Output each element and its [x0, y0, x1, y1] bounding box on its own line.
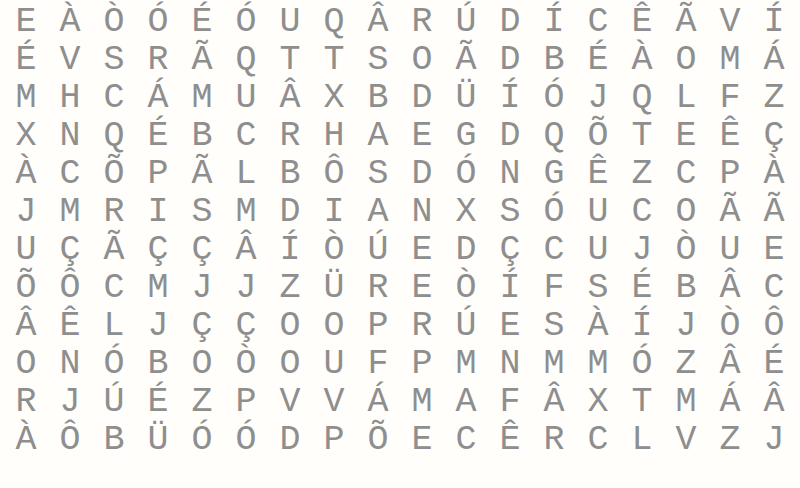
grid-cell[interactable]: Ó — [92, 345, 136, 383]
grid-cell[interactable]: T — [268, 41, 312, 79]
grid-cell[interactable]: Ç — [180, 231, 224, 269]
grid-cell[interactable]: P — [224, 383, 268, 421]
grid-cell[interactable]: P — [136, 155, 180, 193]
grid-cell[interactable]: J — [664, 307, 708, 345]
grid-cell[interactable]: V — [312, 383, 356, 421]
grid-cell[interactable]: Ó — [444, 155, 488, 193]
grid-cell[interactable]: I — [136, 193, 180, 231]
grid-cell[interactable]: D — [488, 41, 532, 79]
grid-cell[interactable]: D — [488, 3, 532, 41]
grid-cell[interactable]: P — [312, 421, 356, 459]
grid-cell[interactable]: F — [532, 269, 576, 307]
grid-cell[interactable]: À — [620, 41, 664, 79]
grid-cell[interactable]: X — [576, 383, 620, 421]
grid-cell[interactable]: F — [356, 345, 400, 383]
grid-cell[interactable]: I — [312, 193, 356, 231]
grid-cell[interactable]: Ç — [224, 307, 268, 345]
grid-cell[interactable]: Ã — [92, 231, 136, 269]
grid-cell[interactable]: Ó — [180, 421, 224, 459]
grid-cell[interactable]: B — [268, 155, 312, 193]
grid-cell[interactable]: Q — [92, 117, 136, 155]
grid-cell[interactable]: Ç — [752, 117, 796, 155]
grid-cell[interactable]: Z — [752, 79, 796, 117]
grid-cell[interactable]: Ü — [136, 421, 180, 459]
grid-cell[interactable]: Ò — [224, 345, 268, 383]
grid-cell[interactable]: Ú — [356, 231, 400, 269]
grid-cell[interactable]: S — [356, 41, 400, 79]
grid-cell[interactable]: Ê — [48, 307, 92, 345]
grid-cell[interactable]: Ò — [444, 269, 488, 307]
grid-cell[interactable]: Z — [708, 421, 752, 459]
grid-cell[interactable]: Q — [224, 41, 268, 79]
grid-cell[interactable]: Â — [268, 79, 312, 117]
grid-cell[interactable]: Ç — [48, 231, 92, 269]
grid-cell[interactable]: R — [136, 41, 180, 79]
grid-cell[interactable]: Z — [620, 155, 664, 193]
grid-cell[interactable]: Q — [620, 79, 664, 117]
grid-cell[interactable]: S — [180, 193, 224, 231]
grid-cell[interactable]: N — [488, 155, 532, 193]
grid-cell[interactable]: Ó — [136, 3, 180, 41]
grid-cell[interactable]: E — [400, 421, 444, 459]
grid-cell[interactable]: M — [576, 345, 620, 383]
grid-cell[interactable]: N — [48, 117, 92, 155]
grid-cell[interactable]: Í — [620, 307, 664, 345]
grid-cell[interactable]: É — [180, 3, 224, 41]
grid-cell[interactable]: Ã — [180, 155, 224, 193]
grid-cell[interactable]: Â — [708, 345, 752, 383]
grid-cell[interactable]: U — [312, 345, 356, 383]
grid-cell[interactable]: O — [180, 345, 224, 383]
grid-cell[interactable]: É — [136, 383, 180, 421]
grid-cell[interactable]: J — [180, 269, 224, 307]
grid-cell[interactable]: M — [664, 383, 708, 421]
grid-cell[interactable]: R — [268, 117, 312, 155]
grid-cell[interactable]: R — [4, 383, 48, 421]
grid-cell[interactable]: P — [708, 155, 752, 193]
grid-cell[interactable]: B — [664, 269, 708, 307]
grid-cell[interactable]: J — [576, 79, 620, 117]
grid-cell[interactable]: Ó — [224, 421, 268, 459]
grid-cell[interactable]: Í — [752, 3, 796, 41]
grid-cell[interactable]: B — [356, 79, 400, 117]
grid-cell[interactable]: O — [268, 307, 312, 345]
grid-cell[interactable]: C — [576, 421, 620, 459]
grid-cell[interactable]: M — [444, 345, 488, 383]
grid-cell[interactable]: À — [4, 421, 48, 459]
grid-cell[interactable]: À — [48, 3, 92, 41]
grid-cell[interactable]: C — [752, 269, 796, 307]
grid-cell[interactable]: Õ — [92, 155, 136, 193]
grid-cell[interactable]: T — [620, 383, 664, 421]
grid-cell[interactable]: Z — [664, 345, 708, 383]
grid-cell[interactable]: M — [136, 269, 180, 307]
grid-cell[interactable]: Q — [312, 3, 356, 41]
grid-cell[interactable]: F — [708, 79, 752, 117]
grid-cell[interactable]: Í — [532, 3, 576, 41]
grid-cell[interactable]: J — [48, 383, 92, 421]
word-search-grid: EÀÒÓÉÓUQÂRÚDÍCÊÃVÍÉVSRÃQTTSOÃDBÉÀOMÁMHCÁ… — [0, 0, 800, 488]
grid-cell[interactable]: R — [356, 269, 400, 307]
grid-cell[interactable]: Â — [752, 383, 796, 421]
grid-cell[interactable]: M — [180, 79, 224, 117]
grid-cell[interactable]: D — [268, 193, 312, 231]
grid-cell[interactable]: Ú — [444, 3, 488, 41]
grid-cell[interactable]: Õ — [4, 269, 48, 307]
grid-cell[interactable]: A — [444, 383, 488, 421]
grid-cell[interactable]: M — [4, 79, 48, 117]
grid-cell[interactable]: Ú — [92, 383, 136, 421]
grid-cell[interactable]: Ã — [664, 3, 708, 41]
grid-cell[interactable]: V — [664, 421, 708, 459]
grid-cell[interactable]: U — [224, 79, 268, 117]
grid-cell[interactable]: D — [400, 79, 444, 117]
grid-cell[interactable]: M — [532, 345, 576, 383]
grid-cell[interactable]: E — [4, 3, 48, 41]
grid-cell[interactable]: B — [136, 345, 180, 383]
grid-cell[interactable]: U — [576, 231, 620, 269]
grid-cell[interactable]: Â — [4, 307, 48, 345]
grid-cell[interactable]: B — [180, 117, 224, 155]
grid-cell[interactable]: U — [576, 193, 620, 231]
grid-cell[interactable]: R — [532, 421, 576, 459]
grid-cell[interactable]: C — [444, 421, 488, 459]
grid-cell[interactable]: É — [576, 41, 620, 79]
grid-cell[interactable]: Í — [268, 231, 312, 269]
grid-cell[interactable]: É — [620, 269, 664, 307]
grid-cell[interactable]: H — [48, 79, 92, 117]
grid-cell[interactable]: C — [532, 231, 576, 269]
grid-cell[interactable]: C — [92, 269, 136, 307]
grid-cell[interactable]: D — [488, 117, 532, 155]
grid-cell[interactable]: Ç — [488, 231, 532, 269]
grid-cell[interactable]: Ò — [664, 231, 708, 269]
grid-cell[interactable]: À — [4, 155, 48, 193]
grid-cell[interactable]: N — [48, 345, 92, 383]
grid-cell[interactable]: E — [400, 269, 444, 307]
grid-cell[interactable]: É — [752, 345, 796, 383]
grid-cell[interactable]: O — [312, 307, 356, 345]
grid-cell[interactable]: J — [620, 231, 664, 269]
grid-cell[interactable]: R — [92, 193, 136, 231]
grid-cell[interactable]: Ô — [48, 421, 92, 459]
grid-cell[interactable]: D — [444, 231, 488, 269]
grid-cell[interactable]: Ê — [620, 3, 664, 41]
grid-cell[interactable]: E — [400, 117, 444, 155]
grid-cell[interactable]: Â — [224, 231, 268, 269]
grid-cell[interactable]: O — [4, 345, 48, 383]
grid-cell[interactable]: S — [532, 307, 576, 345]
grid-cell[interactable]: À — [576, 307, 620, 345]
grid-cell[interactable]: Á — [356, 383, 400, 421]
grid-cell[interactable]: R — [400, 307, 444, 345]
grid-cell[interactable]: Â — [356, 3, 400, 41]
grid-cell[interactable]: N — [400, 193, 444, 231]
grid-cell[interactable]: Ô — [48, 269, 92, 307]
grid-cell[interactable]: Ó — [532, 193, 576, 231]
grid-cell[interactable]: Q — [532, 117, 576, 155]
grid-cell[interactable]: C — [48, 155, 92, 193]
grid-cell[interactable]: E — [400, 231, 444, 269]
grid-cell[interactable]: Z — [180, 383, 224, 421]
grid-cell[interactable]: O — [664, 41, 708, 79]
grid-cell[interactable]: X — [444, 193, 488, 231]
grid-cell[interactable]: É — [136, 117, 180, 155]
grid-cell[interactable]: X — [312, 79, 356, 117]
grid-cell[interactable]: Ç — [136, 231, 180, 269]
grid-cell[interactable]: Ô — [752, 307, 796, 345]
grid-cell[interactable]: S — [356, 155, 400, 193]
grid-cell[interactable]: M — [400, 383, 444, 421]
grid-cell[interactable]: Á — [752, 41, 796, 79]
grid-cell[interactable]: T — [312, 41, 356, 79]
grid-cell[interactable]: S — [488, 193, 532, 231]
grid-cell[interactable]: P — [356, 307, 400, 345]
grid-cell[interactable]: O — [400, 41, 444, 79]
grid-cell[interactable]: Õ — [576, 117, 620, 155]
grid-cell[interactable]: J — [224, 269, 268, 307]
grid-cell[interactable]: U — [4, 231, 48, 269]
grid-cell[interactable]: L — [224, 155, 268, 193]
grid-cell[interactable]: Ã — [180, 41, 224, 79]
grid-cell[interactable]: M — [224, 193, 268, 231]
grid-cell[interactable]: X — [4, 117, 48, 155]
grid-cell[interactable]: Á — [708, 383, 752, 421]
grid-cell[interactable]: Ã — [444, 41, 488, 79]
grid-cell[interactable]: V — [268, 383, 312, 421]
grid-cell[interactable]: O — [268, 345, 312, 383]
grid-cell[interactable]: Ê — [708, 117, 752, 155]
grid-cell[interactable]: C — [620, 193, 664, 231]
grid-cell[interactable]: Ê — [576, 155, 620, 193]
grid-cell[interactable]: P — [400, 345, 444, 383]
grid-cell[interactable]: D — [268, 421, 312, 459]
grid-cell[interactable]: G — [444, 117, 488, 155]
grid-cell[interactable]: L — [92, 307, 136, 345]
grid-cell[interactable]: U — [708, 231, 752, 269]
grid-cell[interactable]: J — [4, 193, 48, 231]
grid-cell[interactable]: V — [708, 3, 752, 41]
grid-cell[interactable]: S — [576, 269, 620, 307]
grid-cell[interactable]: Ú — [444, 307, 488, 345]
grid-cell[interactable]: A — [356, 193, 400, 231]
grid-cell[interactable]: Â — [708, 269, 752, 307]
grid-cell[interactable]: Ò — [312, 231, 356, 269]
grid-cell[interactable]: C — [664, 155, 708, 193]
grid-cell[interactable]: Ç — [180, 307, 224, 345]
grid-cell[interactable]: Ô — [312, 155, 356, 193]
grid-cell[interactable]: R — [400, 3, 444, 41]
grid-cell[interactable]: Á — [136, 79, 180, 117]
grid-cell[interactable]: Ó — [532, 79, 576, 117]
grid-cell[interactable]: E — [664, 117, 708, 155]
grid-cell[interactable]: Ò — [92, 3, 136, 41]
grid-cell[interactable]: T — [620, 117, 664, 155]
grid-cell[interactable]: C — [92, 79, 136, 117]
grid-cell[interactable]: Ü — [312, 269, 356, 307]
grid-cell[interactable]: J — [136, 307, 180, 345]
grid-cell[interactable]: F — [488, 383, 532, 421]
grid-cell[interactable]: V — [48, 41, 92, 79]
grid-cell[interactable]: Ó — [620, 345, 664, 383]
grid-cell[interactable]: M — [48, 193, 92, 231]
grid-cell[interactable]: Â — [532, 383, 576, 421]
grid-cell[interactable]: E — [752, 231, 796, 269]
grid-cell[interactable]: C — [576, 3, 620, 41]
grid-cell[interactable]: D — [400, 155, 444, 193]
grid-cell[interactable]: Ã — [708, 193, 752, 231]
grid-cell[interactable]: E — [488, 307, 532, 345]
grid-cell[interactable]: B — [532, 41, 576, 79]
grid-cell[interactable]: Z — [268, 269, 312, 307]
grid-cell[interactable]: À — [752, 155, 796, 193]
grid-cell[interactable]: A — [356, 117, 400, 155]
grid-cell[interactable]: U — [268, 3, 312, 41]
grid-cell[interactable]: Ó — [224, 3, 268, 41]
grid-cell[interactable]: H — [312, 117, 356, 155]
grid-cell[interactable]: N — [488, 345, 532, 383]
grid-cell[interactable]: Í — [488, 269, 532, 307]
grid-cell[interactable]: C — [224, 117, 268, 155]
grid-cell[interactable]: Ò — [708, 307, 752, 345]
grid-cell[interactable]: Í — [488, 79, 532, 117]
grid-cell[interactable]: Ü — [444, 79, 488, 117]
grid-cell[interactable]: Ê — [488, 421, 532, 459]
grid-cell[interactable]: B — [92, 421, 136, 459]
grid-cell[interactable]: J — [752, 421, 796, 459]
grid-cell[interactable]: L — [664, 79, 708, 117]
grid-cell[interactable]: É — [4, 41, 48, 79]
grid-cell[interactable]: S — [92, 41, 136, 79]
grid-cell[interactable]: O — [664, 193, 708, 231]
grid-cell[interactable]: G — [532, 155, 576, 193]
grid-cell[interactable]: Ã — [752, 193, 796, 231]
grid-cell[interactable]: L — [620, 421, 664, 459]
grid-cell[interactable]: Õ — [356, 421, 400, 459]
grid-cell[interactable]: M — [708, 41, 752, 79]
